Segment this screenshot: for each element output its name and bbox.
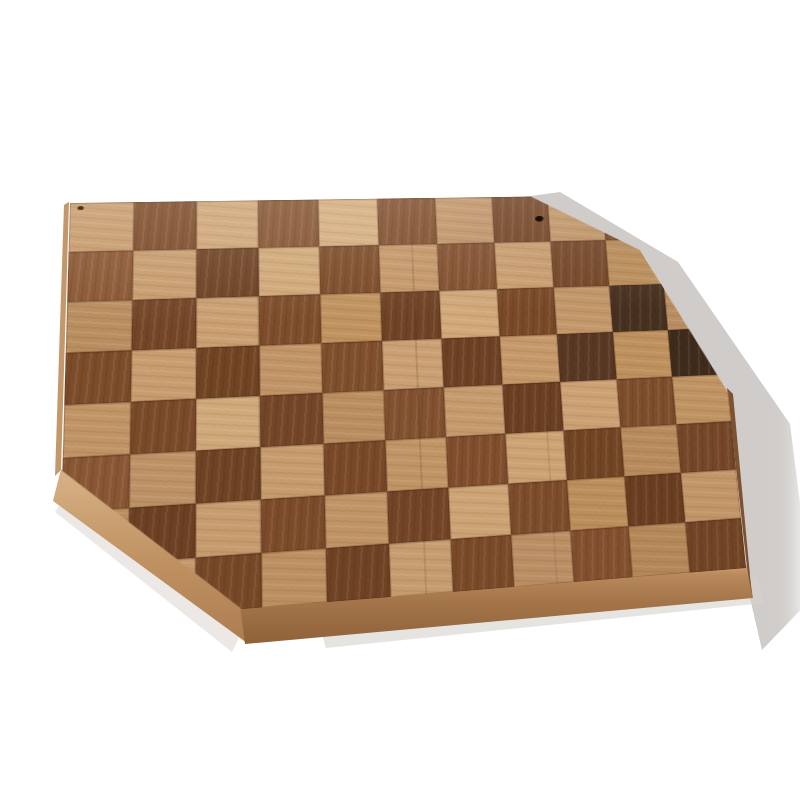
board-square — [196, 396, 260, 451]
board-square — [387, 488, 451, 544]
board-square — [384, 387, 446, 440]
board-square — [322, 390, 385, 444]
board-square — [131, 348, 196, 402]
board-square — [129, 451, 196, 508]
board-square — [325, 491, 389, 548]
board-square — [259, 294, 321, 345]
board-square — [196, 345, 260, 398]
board-square — [326, 544, 391, 602]
board-square — [494, 241, 553, 289]
board-square — [132, 249, 196, 300]
board-square — [617, 377, 677, 428]
board-square — [446, 434, 508, 488]
board-square — [132, 298, 197, 350]
board-square — [66, 300, 133, 353]
board-square — [655, 194, 712, 239]
board-square — [128, 504, 195, 563]
board-square — [685, 518, 746, 572]
board-square — [547, 196, 605, 242]
board-square — [258, 246, 320, 296]
board-square — [628, 522, 689, 577]
board-square — [605, 239, 663, 286]
product-photo-canvas — [0, 0, 800, 800]
board-square — [377, 198, 437, 245]
board-square — [563, 427, 624, 480]
board-square — [258, 200, 319, 248]
board-square — [379, 244, 440, 293]
board-square — [448, 484, 511, 539]
board-square — [602, 195, 660, 240]
board-square — [196, 296, 259, 348]
board-square — [67, 251, 133, 302]
board-square — [319, 245, 380, 294]
board-square — [261, 495, 326, 552]
board-square — [60, 508, 130, 568]
board-square — [195, 553, 261, 613]
board-square — [451, 535, 514, 592]
board-square — [437, 243, 497, 291]
board-square — [61, 454, 130, 512]
board-square — [560, 379, 620, 430]
board-square — [668, 328, 727, 377]
board-square — [64, 350, 131, 405]
board-square — [439, 289, 499, 339]
board-square — [259, 343, 322, 396]
board-square — [261, 548, 327, 607]
board-square — [130, 399, 196, 455]
board-square — [63, 402, 131, 458]
board-square — [613, 330, 672, 379]
board-square — [380, 291, 441, 341]
board-square — [133, 201, 196, 250]
board-square — [672, 374, 731, 424]
board-square — [320, 293, 382, 344]
board-square — [324, 440, 388, 495]
board-square — [318, 199, 379, 247]
board-square — [196, 248, 259, 298]
board-square — [557, 332, 617, 382]
board-square — [676, 421, 736, 473]
board-square — [321, 341, 383, 393]
board-square — [570, 526, 632, 582]
board-square — [441, 336, 502, 387]
board-square — [567, 476, 629, 530]
board-square — [624, 473, 685, 527]
board-square — [620, 424, 680, 476]
board-square — [385, 437, 448, 492]
game-board — [58, 194, 746, 624]
board-square — [659, 238, 717, 284]
board-square — [500, 334, 560, 384]
board-square — [389, 539, 453, 597]
board-square — [196, 447, 261, 503]
board-square — [505, 430, 567, 483]
board-square — [609, 284, 668, 332]
corner-nick — [77, 206, 84, 210]
board-square — [127, 558, 195, 619]
board-square — [260, 393, 324, 447]
board-square — [444, 385, 506, 437]
board-square — [58, 562, 128, 624]
board-square — [664, 282, 722, 329]
board-square — [502, 382, 563, 434]
board-square — [508, 480, 570, 535]
board-square — [196, 200, 258, 249]
board-square — [681, 469, 741, 522]
board-square — [260, 444, 324, 500]
board-square — [511, 531, 574, 587]
board-square — [554, 286, 613, 334]
board-square — [382, 339, 444, 390]
board-square — [196, 499, 262, 557]
board-square — [435, 197, 494, 244]
board-square — [497, 287, 557, 336]
board-square — [550, 240, 609, 287]
